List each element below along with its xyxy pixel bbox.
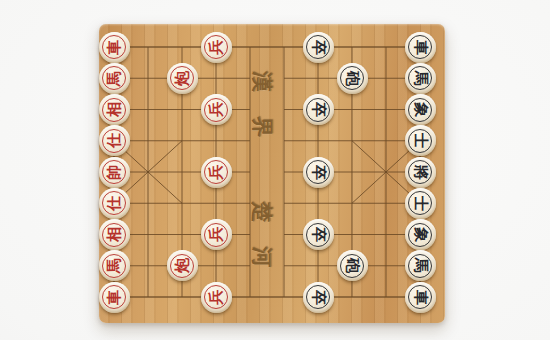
piece-black-soldier[interactable]: 卒 xyxy=(303,94,334,125)
piece-red-horse[interactable]: 馬 xyxy=(99,63,130,94)
piece-glyph: 卒 xyxy=(303,32,334,63)
piece-red-soldier[interactable]: 兵 xyxy=(201,219,232,250)
river-inscription-char: 漢 xyxy=(248,68,276,96)
piece-glyph: 馬 xyxy=(405,63,436,94)
piece-red-horse[interactable]: 馬 xyxy=(99,250,130,281)
piece-glyph: 砲 xyxy=(337,63,368,94)
xiangqi-board[interactable]: 漢界楚河 車馬相仕帥仕相馬車炮炮兵兵兵兵兵卒卒卒卒卒砲砲車馬象士將士象馬車 xyxy=(99,24,445,323)
photo-scene: 漢界楚河 車馬相仕帥仕相馬車炮炮兵兵兵兵兵卒卒卒卒卒砲砲車馬象士將士象馬車 xyxy=(0,0,550,340)
piece-glyph: 將 xyxy=(405,157,436,188)
piece-glyph: 卒 xyxy=(303,282,334,313)
piece-glyph: 卒 xyxy=(303,219,334,250)
piece-black-advisor[interactable]: 士 xyxy=(405,125,436,156)
piece-glyph: 相 xyxy=(99,219,130,250)
piece-glyph: 士 xyxy=(405,188,436,219)
piece-glyph: 兵 xyxy=(201,157,232,188)
piece-black-soldier[interactable]: 卒 xyxy=(303,219,334,250)
piece-glyph: 兵 xyxy=(201,32,232,63)
piece-black-chariot[interactable]: 車 xyxy=(405,282,436,313)
piece-glyph: 車 xyxy=(99,282,130,313)
piece-glyph: 仕 xyxy=(99,188,130,219)
piece-glyph: 卒 xyxy=(303,157,334,188)
piece-black-soldier[interactable]: 卒 xyxy=(303,32,334,63)
river-inscription-char: 界 xyxy=(248,113,276,141)
piece-red-elephant[interactable]: 相 xyxy=(99,219,130,250)
piece-glyph: 炮 xyxy=(167,250,198,281)
piece-glyph: 兵 xyxy=(201,282,232,313)
piece-glyph: 車 xyxy=(405,282,436,313)
piece-glyph: 相 xyxy=(99,94,130,125)
piece-red-chariot[interactable]: 車 xyxy=(99,282,130,313)
piece-black-cannon[interactable]: 砲 xyxy=(337,250,368,281)
piece-glyph: 兵 xyxy=(201,94,232,125)
piece-glyph: 馬 xyxy=(99,250,130,281)
piece-black-cannon[interactable]: 砲 xyxy=(337,63,368,94)
piece-glyph: 士 xyxy=(405,125,436,156)
piece-glyph: 炮 xyxy=(167,63,198,94)
piece-black-horse[interactable]: 馬 xyxy=(405,63,436,94)
piece-red-chariot[interactable]: 車 xyxy=(99,32,130,63)
piece-glyph: 車 xyxy=(99,32,130,63)
piece-glyph: 砲 xyxy=(337,250,368,281)
piece-black-soldier[interactable]: 卒 xyxy=(303,282,334,313)
piece-glyph: 象 xyxy=(405,94,436,125)
piece-red-cannon[interactable]: 炮 xyxy=(167,250,198,281)
piece-black-elephant[interactable]: 象 xyxy=(405,219,436,250)
piece-black-advisor[interactable]: 士 xyxy=(405,188,436,219)
piece-glyph: 車 xyxy=(405,32,436,63)
piece-glyph: 兵 xyxy=(201,219,232,250)
piece-glyph: 馬 xyxy=(405,250,436,281)
river-inscription-char: 河 xyxy=(248,243,276,271)
piece-glyph: 馬 xyxy=(99,63,130,94)
piece-red-advisor[interactable]: 仕 xyxy=(99,125,130,156)
piece-red-soldier[interactable]: 兵 xyxy=(201,94,232,125)
piece-red-soldier[interactable]: 兵 xyxy=(201,157,232,188)
piece-black-general[interactable]: 將 xyxy=(405,157,436,188)
piece-glyph: 仕 xyxy=(99,125,130,156)
piece-glyph: 帥 xyxy=(99,157,130,188)
piece-red-cannon[interactable]: 炮 xyxy=(167,63,198,94)
piece-black-elephant[interactable]: 象 xyxy=(405,94,436,125)
piece-red-soldier[interactable]: 兵 xyxy=(201,282,232,313)
piece-glyph: 卒 xyxy=(303,94,334,125)
piece-red-soldier[interactable]: 兵 xyxy=(201,32,232,63)
river-inscription-char: 楚 xyxy=(248,198,276,226)
piece-red-advisor[interactable]: 仕 xyxy=(99,188,130,219)
piece-black-soldier[interactable]: 卒 xyxy=(303,157,334,188)
piece-glyph: 象 xyxy=(405,219,436,250)
piece-red-elephant[interactable]: 相 xyxy=(99,94,130,125)
piece-black-horse[interactable]: 馬 xyxy=(405,250,436,281)
piece-black-chariot[interactable]: 車 xyxy=(405,32,436,63)
piece-red-general[interactable]: 帥 xyxy=(99,157,130,188)
